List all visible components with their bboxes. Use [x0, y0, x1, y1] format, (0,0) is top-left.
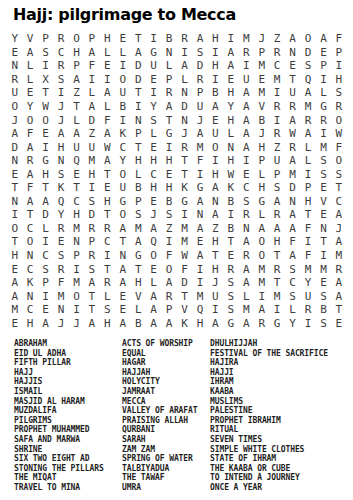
grid-cell: N [7, 195, 22, 209]
grid-cell: S [239, 195, 254, 209]
word-list-item: SIMPLE WHITE CLOTHES [210, 445, 353, 455]
grid-cell: U [269, 154, 284, 168]
grid-cell: U [300, 289, 315, 303]
grid-cell: M [192, 289, 207, 303]
grid-cell: V [316, 195, 331, 209]
grid-cell: S [161, 208, 176, 222]
grid-cell: B [161, 195, 176, 209]
grid-cell: M [316, 262, 331, 276]
grid-cell: A [285, 32, 300, 46]
grid-cell: A [223, 46, 238, 60]
grid-cell: A [84, 276, 99, 290]
grid-cell: Q [53, 195, 68, 209]
grid-cell: L [84, 86, 99, 100]
grid-cell: Q [69, 154, 84, 168]
grid-cell: L [223, 127, 238, 141]
grid-cell: T [131, 140, 146, 154]
grid-cell: R [331, 100, 346, 114]
grid-cell: A [38, 195, 53, 209]
grid-cell: E [285, 59, 300, 73]
grid-cell: M [53, 289, 68, 303]
grid-cell: A [84, 316, 99, 330]
grid-cell: R [223, 262, 238, 276]
grid-cell: N [239, 222, 254, 236]
grid-cell: R [53, 59, 68, 73]
grid-cell: I [69, 303, 84, 317]
grid-cell: H [208, 235, 223, 249]
grid-cell: H [161, 181, 176, 195]
grid-cell: G [115, 195, 130, 209]
grid-cell: D [7, 140, 22, 154]
grid-cell: V [131, 289, 146, 303]
grid-cell: F [53, 276, 68, 290]
grid-cell: I [316, 249, 331, 263]
grid-cell: P [84, 235, 99, 249]
grid-cell: I [53, 86, 68, 100]
grid-cell: L [131, 167, 146, 181]
grid-cell: O [115, 167, 130, 181]
grid-cell: N [69, 235, 84, 249]
grid-cell: E [7, 316, 22, 330]
grid-cell: E [38, 127, 53, 141]
word-list-item: ABRAHAM [14, 339, 122, 349]
letter-grid: YVPROPHETIBRAHIMJZAOAFEASCHALLAGNISIARPR… [7, 32, 347, 330]
word-list-item: ACTS OF WORSHIP [122, 339, 210, 349]
word-list-item: DHULHIJJAH [210, 339, 353, 349]
word-list-item: MUZDALIFA [14, 406, 122, 416]
grid-cell: B [115, 100, 130, 114]
grid-cell: S [192, 46, 207, 60]
grid-cell: U [146, 59, 161, 73]
grid-cell: C [38, 249, 53, 263]
grid-cell: W [223, 167, 238, 181]
grid-cell: Y [53, 208, 68, 222]
grid-cell: G [223, 316, 238, 330]
grid-cell: A [331, 208, 346, 222]
grid-cell: I [331, 59, 346, 73]
grid-cell: A [300, 86, 315, 100]
grid-cell: D [300, 46, 315, 60]
word-list-item: THE KAABA OR CUBE [210, 464, 353, 474]
grid-cell: H [254, 181, 269, 195]
grid-cell: A [208, 208, 223, 222]
grid-cell: T [131, 86, 146, 100]
grid-cell: C [146, 167, 161, 181]
grid-cell: H [223, 154, 238, 168]
word-list-column: ABRAHAMEID UL ADHAFIFTH PILLARHAJJHAJJIS… [14, 339, 122, 493]
grid-cell: A [131, 46, 146, 60]
grid-cell: R [239, 46, 254, 60]
grid-cell: I [300, 167, 315, 181]
word-list-column: ACTS OF WORSHIPEQUALHAGARHAJJAHHOLYCITYJ… [122, 339, 210, 493]
grid-cell: A [146, 289, 161, 303]
grid-cell: K [22, 276, 37, 290]
grid-cell: M [254, 59, 269, 73]
grid-cell: Z [269, 32, 284, 46]
grid-cell: A [208, 100, 223, 114]
grid-cell: R [300, 303, 315, 317]
grid-cell: R [239, 208, 254, 222]
grid-cell: A [239, 86, 254, 100]
grid-cell: B [254, 113, 269, 127]
grid-cell: Z [84, 127, 99, 141]
grid-cell: W [331, 127, 346, 141]
grid-cell: R [285, 100, 300, 114]
grid-cell: A [239, 100, 254, 114]
grid-cell: H [254, 140, 269, 154]
grid-cell: N [285, 46, 300, 60]
grid-cell: L [100, 289, 115, 303]
grid-cell: U [285, 86, 300, 100]
grid-cell: O [146, 249, 161, 263]
grid-cell: I [38, 289, 53, 303]
grid-cell: T [208, 249, 223, 263]
grid-cell: O [161, 262, 176, 276]
grid-cell: M [192, 140, 207, 154]
grid-cell: C [115, 140, 130, 154]
grid-cell: O [254, 235, 269, 249]
grid-cell: T [269, 276, 284, 290]
grid-cell: N [7, 154, 22, 168]
grid-cell: R [177, 32, 192, 46]
grid-cell: S [223, 276, 238, 290]
grid-cell: G [254, 195, 269, 209]
grid-cell: K [115, 127, 130, 141]
grid-cell: F [331, 140, 346, 154]
grid-cell: T [269, 249, 284, 263]
grid-cell: M [84, 154, 99, 168]
grid-cell: E [100, 59, 115, 73]
grid-cell: Q [192, 303, 207, 317]
word-list-item: SEVEN TIMES [210, 435, 353, 445]
grid-cell: A [192, 222, 207, 236]
grid-cell: T [223, 235, 238, 249]
grid-cell: P [131, 195, 146, 209]
grid-cell: P [269, 167, 284, 181]
word-list-item: HAJJAH [122, 368, 210, 378]
grid-cell: J [53, 113, 68, 127]
grid-cell: C [69, 195, 84, 209]
grid-cell: C [22, 303, 37, 317]
grid-cell: T [84, 303, 99, 317]
word-list-item: PROPHET IBRAHIM [210, 416, 353, 426]
grid-cell: S [331, 86, 346, 100]
grid-cell: G [177, 195, 192, 209]
grid-cell: I [115, 59, 130, 73]
grid-cell: A [208, 316, 223, 330]
word-list-item: UMRA [122, 483, 210, 493]
grid-cell: O [208, 140, 223, 154]
grid-cell: S [100, 303, 115, 317]
grid-cell: S [223, 303, 238, 317]
grid-cell: F [300, 222, 315, 236]
grid-cell: R [300, 113, 315, 127]
grid-cell: T [100, 167, 115, 181]
grid-cell: G [161, 127, 176, 141]
grid-cell: A [254, 222, 269, 236]
grid-cell: H [208, 167, 223, 181]
grid-cell: F [161, 249, 176, 263]
grid-cell: F [331, 32, 346, 46]
grid-cell: E [7, 262, 22, 276]
grid-cell: A [192, 32, 207, 46]
grid-cell: R [269, 100, 284, 114]
grid-cell: N [208, 195, 223, 209]
grid-cell: M [239, 32, 254, 46]
grid-cell: W [177, 249, 192, 263]
grid-cell: T [69, 181, 84, 195]
grid-cell: A [100, 154, 115, 168]
grid-cell: P [69, 59, 84, 73]
grid-cell: P [161, 73, 176, 87]
word-list-item: STATE OF IHRAM [210, 454, 353, 464]
grid-cell: N [177, 113, 192, 127]
grid-cell: M [269, 73, 284, 87]
grid-cell: I [316, 73, 331, 87]
grid-cell: N [316, 222, 331, 236]
grid-cell: L [100, 46, 115, 60]
grid-cell: L [115, 46, 130, 60]
grid-cell: B [161, 32, 176, 46]
word-list-item: THE MIQAT [14, 473, 122, 483]
grid-cell: G [38, 154, 53, 168]
grid-cell: R [316, 113, 331, 127]
word-list-item: VALLEY OF ARAFAT [122, 406, 210, 416]
grid-cell: S [53, 73, 68, 87]
grid-cell: W [38, 100, 53, 114]
grid-cell: P [38, 32, 53, 46]
grid-cell: A [239, 127, 254, 141]
grid-cell: J [208, 276, 223, 290]
word-list-item: PROPHET MUHAMMED [14, 425, 122, 435]
grid-cell: J [254, 127, 269, 141]
grid-cell: H [69, 208, 84, 222]
grid-cell: C [100, 235, 115, 249]
grid-cell: T [316, 235, 331, 249]
word-list-item: ONCE A YEAR [210, 483, 353, 493]
grid-cell: H [269, 235, 284, 249]
grid-cell: I [7, 208, 22, 222]
grid-cell: N [131, 113, 146, 127]
grid-cell: H [100, 316, 115, 330]
grid-cell: A [269, 195, 284, 209]
grid-cell: S [316, 289, 331, 303]
grid-cell: E [115, 289, 130, 303]
grid-cell: S [84, 262, 99, 276]
grid-cell: A [331, 235, 346, 249]
grid-cell: P [192, 86, 207, 100]
grid-cell: K [177, 181, 192, 195]
grid-cell: R [192, 73, 207, 87]
grid-cell: I [161, 235, 176, 249]
grid-cell: I [38, 140, 53, 154]
grid-cell: C [269, 59, 284, 73]
grid-cell: N [22, 249, 37, 263]
grid-cell: M [300, 100, 315, 114]
grid-cell: U [69, 140, 84, 154]
grid-cell: L [239, 289, 254, 303]
grid-cell: E [146, 195, 161, 209]
grid-cell: H [100, 195, 115, 209]
grid-cell: C [22, 262, 37, 276]
grid-cell: H [208, 32, 223, 46]
grid-cell: X [38, 73, 53, 87]
grid-cell: A [7, 276, 22, 290]
grid-cell: E [115, 303, 130, 317]
grid-cell: A [84, 100, 99, 114]
grid-cell: A [161, 100, 176, 114]
grid-cell: M [177, 222, 192, 236]
word-list-item: TO INTEND A JOURNEY [210, 473, 353, 483]
word-list-item: ZAM ZAM [122, 445, 210, 455]
grid-cell: I [115, 113, 130, 127]
grid-cell: A [239, 235, 254, 249]
page-title: Hajj: pilgrimage to Mecca [13, 5, 236, 24]
grid-cell: A [331, 276, 346, 290]
grid-cell: A [177, 59, 192, 73]
grid-cell: S [146, 113, 161, 127]
grid-cell: Q [146, 235, 161, 249]
word-list-item: MUSLIMS [210, 397, 353, 407]
grid-cell: I [38, 235, 53, 249]
grid-cell: S [53, 167, 68, 181]
grid-cell: H [208, 59, 223, 73]
grid-cell: M [131, 222, 146, 236]
grid-cell: K [177, 316, 192, 330]
grid-cell: H [22, 316, 37, 330]
grid-cell: Y [7, 32, 22, 46]
grid-cell: V [22, 32, 37, 46]
grid-cell: A [285, 222, 300, 236]
grid-cell: T [177, 167, 192, 181]
grid-cell: R [100, 276, 115, 290]
grid-cell: A [69, 73, 84, 87]
word-list-item: SIX TWO EIGHT AD [14, 454, 122, 464]
grid-cell: U [84, 140, 99, 154]
grid-cell: E [254, 73, 269, 87]
grid-cell: T [131, 262, 146, 276]
grid-cell: I [131, 100, 146, 114]
grid-cell: A [239, 140, 254, 154]
word-list-item: HAJJI [210, 368, 353, 378]
grid-cell: L [300, 140, 315, 154]
word-list-item: RITUAL [210, 425, 353, 435]
grid-cell: J [192, 113, 207, 127]
grid-cell: I [223, 32, 238, 46]
grid-cell: A [146, 303, 161, 317]
grid-cell: N [115, 249, 130, 263]
grid-cell: L [38, 222, 53, 236]
grid-cell: H [100, 32, 115, 46]
grid-cell: S [316, 167, 331, 181]
grid-cell: I [161, 140, 176, 154]
grid-cell: P [84, 32, 99, 46]
grid-cell: M [331, 249, 346, 263]
grid-cell: O [69, 289, 84, 303]
grid-cell: J [331, 222, 346, 236]
grid-cell: P [254, 154, 269, 168]
grid-cell: R [269, 262, 284, 276]
grid-cell: E [223, 249, 238, 263]
grid-cell: O [7, 100, 22, 114]
grid-cell: F [22, 181, 37, 195]
grid-cell: D [131, 73, 146, 87]
grid-cell: Y [146, 100, 161, 114]
grid-cell: S [131, 208, 146, 222]
grid-cell: H [300, 195, 315, 209]
grid-cell: I [192, 276, 207, 290]
grid-cell: A [161, 276, 176, 290]
grid-cell: R [84, 222, 99, 236]
grid-cell: R [7, 73, 22, 87]
grid-cell: I [84, 73, 99, 87]
grid-cell: I [300, 316, 315, 330]
grid-cell: L [146, 127, 161, 141]
grid-cell: C [331, 195, 346, 209]
grid-cell: C [239, 181, 254, 195]
grid-cell: S [316, 154, 331, 168]
grid-cell: A [53, 127, 68, 141]
word-list-item: PRAISING ALLAH [122, 416, 210, 426]
grid-cell: A [285, 208, 300, 222]
grid-cell: E [316, 208, 331, 222]
grid-cell: E [146, 262, 161, 276]
grid-cell: I [208, 303, 223, 317]
grid-cell: A [239, 262, 254, 276]
grid-cell: A [269, 222, 284, 236]
grid-cell: O [7, 222, 22, 236]
grid-cell: R [161, 289, 176, 303]
grid-cell: Y [285, 316, 300, 330]
grid-cell: R [239, 249, 254, 263]
grid-cell: I [192, 262, 207, 276]
grid-cell: I [208, 73, 223, 87]
grid-cell: F [177, 262, 192, 276]
grid-cell: A [38, 316, 53, 330]
grid-cell: J [53, 316, 68, 330]
grid-cell: O [69, 32, 84, 46]
grid-cell: G [192, 181, 207, 195]
grid-cell: Y [300, 276, 315, 290]
grid-cell: I [269, 86, 284, 100]
grid-cell: T [285, 73, 300, 87]
word-list-item: JAMRAAT [122, 387, 210, 397]
grid-cell: E [22, 86, 37, 100]
grid-cell: P [38, 276, 53, 290]
grid-cell: O [300, 32, 315, 46]
word-list-item: SPRING OF WATER [122, 454, 210, 464]
grid-cell: H [131, 276, 146, 290]
grid-cell: P [69, 249, 84, 263]
grid-cell: K [53, 181, 68, 195]
grid-cell: F [192, 154, 207, 168]
grid-cell: E [208, 113, 223, 127]
grid-cell: E [7, 46, 22, 60]
grid-cell: R [331, 262, 346, 276]
grid-cell: I [239, 59, 254, 73]
grid-cell: I [208, 46, 223, 60]
grid-cell: H [7, 249, 22, 263]
grid-cell: T [300, 208, 315, 222]
grid-cell: T [331, 181, 346, 195]
grid-cell: R [84, 249, 99, 263]
word-list-item: EID UL ADHA [14, 349, 122, 359]
grid-cell: P [131, 127, 146, 141]
grid-cell: A [285, 249, 300, 263]
grid-cell: T [131, 32, 146, 46]
grid-cell: A [316, 32, 331, 46]
grid-cell: A [192, 195, 207, 209]
